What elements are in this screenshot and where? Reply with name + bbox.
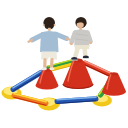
- child-left-hand-right: [67, 39, 70, 40]
- child-left-ear-right: [54, 24, 56, 26]
- child-left-shirt: [40, 31, 59, 53]
- child-left-leg-right: [52, 60, 53, 68]
- product-photo-stage: [0, 0, 128, 128]
- child-right-shirt: [74, 30, 90, 48]
- child-right-hand-right: [89, 41, 92, 44]
- child-right-pant-leg-front: [75, 48, 78, 57]
- child-left-neck: [48, 28, 51, 31]
- child-right-hand-left: [70, 42, 73, 45]
- child-left-shoe-left: [42, 67, 47, 70]
- child-right-pant-leg-back: [85, 48, 86, 56]
- child-left-ear-left: [43, 24, 45, 26]
- child-left-shoe-right: [49, 67, 54, 70]
- balance-course-photo: [0, 0, 128, 128]
- child-right-face: [77, 22, 84, 28]
